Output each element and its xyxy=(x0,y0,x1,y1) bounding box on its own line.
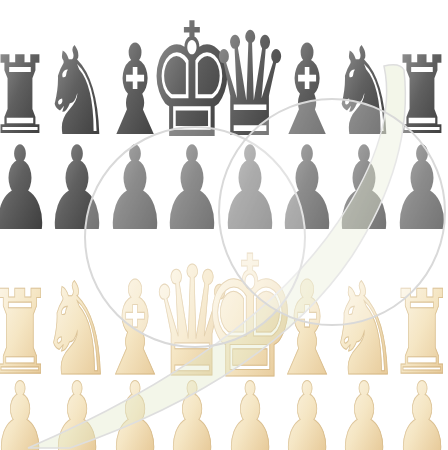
white-pawn: ♟ xyxy=(221,369,277,450)
chess-set-illustration: ♜♞♝♚♛♝♞♜♟♟♟♟♟♟♟♟♜♞♝♛♚♝♞♜♟♟♟♟♟♟♟♟ xyxy=(0,0,448,450)
white-pawn: ♟ xyxy=(0,369,48,450)
white-pawn: ♟ xyxy=(394,369,448,450)
black-pawn: ♟ xyxy=(331,131,398,247)
black-pawn: ♟ xyxy=(389,131,448,247)
white-pawn: ♟ xyxy=(279,369,335,450)
white-pawn: ♟ xyxy=(336,369,392,450)
white-pawn: ♟ xyxy=(164,369,220,450)
black-pawn: ♟ xyxy=(44,131,111,247)
white-pawn: ♟ xyxy=(49,369,105,450)
white-pawn: ♟ xyxy=(107,369,163,450)
